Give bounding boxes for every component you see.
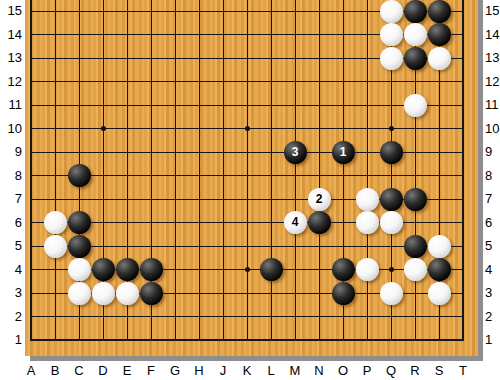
black-stone-Q7[interactable] bbox=[380, 188, 403, 211]
white-stone-Q13[interactable] bbox=[380, 47, 403, 70]
column-label-S: S bbox=[429, 363, 449, 379]
black-stone-O3[interactable] bbox=[332, 282, 355, 305]
row-label-right-8: 8 bbox=[485, 168, 500, 184]
white-stone-R14[interactable] bbox=[404, 23, 427, 46]
row-label-left-5: 5 bbox=[0, 238, 22, 254]
white-stone-Q6[interactable] bbox=[380, 211, 403, 234]
grid-line-vertical-B bbox=[55, 0, 56, 341]
column-label-H: H bbox=[189, 363, 209, 379]
row-label-right-1: 1 bbox=[485, 332, 500, 348]
black-stone-L4[interactable] bbox=[260, 258, 283, 281]
row-label-left-7: 7 bbox=[0, 191, 22, 207]
star-point-K4 bbox=[245, 267, 250, 272]
column-label-N: N bbox=[309, 363, 329, 379]
column-label-J: J bbox=[213, 363, 233, 379]
column-label-P: P bbox=[357, 363, 377, 379]
white-stone-C4[interactable] bbox=[68, 258, 91, 281]
column-label-C: C bbox=[69, 363, 89, 379]
column-label-A: A bbox=[21, 363, 41, 379]
grid-line-horizontal-12 bbox=[30, 81, 464, 82]
white-stone-P7[interactable] bbox=[356, 188, 379, 211]
column-label-R: R bbox=[405, 363, 425, 379]
black-stone-S4[interactable] bbox=[428, 258, 451, 281]
star-point-Q10 bbox=[389, 126, 394, 131]
board-shadow-bottom bbox=[30, 356, 483, 361]
column-label-D: D bbox=[93, 363, 113, 379]
column-label-O: O bbox=[333, 363, 353, 379]
column-label-T: T bbox=[453, 363, 473, 379]
row-label-left-10: 10 bbox=[0, 121, 22, 137]
white-stone-Q3[interactable] bbox=[380, 282, 403, 305]
grid-line-vertical-P bbox=[367, 0, 368, 341]
column-label-K: K bbox=[237, 363, 257, 379]
row-label-right-14: 14 bbox=[485, 27, 500, 43]
grid-line-vertical-H bbox=[199, 0, 200, 341]
row-label-left-11: 11 bbox=[0, 97, 22, 113]
row-label-right-13: 13 bbox=[485, 50, 500, 66]
white-stone-move-2-N7[interactable]: 2 bbox=[308, 188, 331, 211]
row-label-right-5: 5 bbox=[485, 238, 500, 254]
black-stone-R7[interactable] bbox=[404, 188, 427, 211]
white-stone-C3[interactable] bbox=[68, 282, 91, 305]
grid-line-vertical-L bbox=[271, 0, 272, 341]
black-stone-C5[interactable] bbox=[68, 235, 91, 258]
column-label-G: G bbox=[165, 363, 185, 379]
go-board[interactable]: 3124 bbox=[25, 0, 478, 356]
grid-line-horizontal-2 bbox=[30, 316, 464, 317]
white-stone-R11[interactable] bbox=[404, 94, 427, 117]
grid-line-horizontal-11 bbox=[30, 105, 464, 106]
white-stone-move-4-M6[interactable]: 4 bbox=[284, 211, 307, 234]
grid-line-horizontal-5 bbox=[30, 246, 464, 247]
grid-line-vertical-T bbox=[462, 0, 464, 341]
row-label-right-3: 3 bbox=[485, 285, 500, 301]
row-label-left-9: 9 bbox=[0, 144, 22, 160]
grid-line-vertical-G bbox=[175, 0, 176, 341]
column-label-Q: Q bbox=[381, 363, 401, 379]
white-stone-B6[interactable] bbox=[44, 211, 67, 234]
black-stone-move-1-O9[interactable]: 1 bbox=[332, 141, 355, 164]
row-label-right-6: 6 bbox=[485, 215, 500, 231]
row-label-left-13: 13 bbox=[0, 50, 22, 66]
grid-line-vertical-M bbox=[295, 0, 296, 341]
white-stone-R4[interactable] bbox=[404, 258, 427, 281]
row-label-right-4: 4 bbox=[485, 262, 500, 278]
white-stone-S13[interactable] bbox=[428, 47, 451, 70]
row-label-right-12: 12 bbox=[485, 74, 500, 90]
black-stone-F4[interactable] bbox=[140, 258, 163, 281]
black-stone-S14[interactable] bbox=[428, 23, 451, 46]
black-stone-R15[interactable] bbox=[404, 0, 427, 23]
white-stone-B5[interactable] bbox=[44, 235, 67, 258]
black-stone-C8[interactable] bbox=[68, 164, 91, 187]
white-stone-D3[interactable] bbox=[92, 282, 115, 305]
white-stone-S3[interactable] bbox=[428, 282, 451, 305]
grid-line-vertical-K bbox=[247, 0, 248, 341]
black-stone-move-3-M9[interactable]: 3 bbox=[284, 141, 307, 164]
grid-line-vertical-N bbox=[319, 0, 320, 341]
column-label-M: M bbox=[285, 363, 305, 379]
row-label-right-15: 15 bbox=[485, 3, 500, 19]
column-label-F: F bbox=[141, 363, 161, 379]
black-stone-C6[interactable] bbox=[68, 211, 91, 234]
grid-line-horizontal-1 bbox=[30, 339, 464, 341]
white-stone-Q15[interactable] bbox=[380, 0, 403, 23]
row-label-left-14: 14 bbox=[0, 27, 22, 43]
grid-line-horizontal-8 bbox=[30, 175, 464, 176]
column-label-E: E bbox=[117, 363, 137, 379]
row-label-left-1: 1 bbox=[0, 332, 22, 348]
black-stone-R13[interactable] bbox=[404, 47, 427, 70]
row-label-right-7: 7 bbox=[485, 191, 500, 207]
go-board-app: 3124 15151414131312121111101099887766554… bbox=[0, 0, 500, 380]
black-stone-E4[interactable] bbox=[116, 258, 139, 281]
row-label-left-6: 6 bbox=[0, 215, 22, 231]
white-stone-Q14[interactable] bbox=[380, 23, 403, 46]
column-label-B: B bbox=[45, 363, 65, 379]
grid-line-vertical-J bbox=[223, 0, 224, 341]
row-label-left-4: 4 bbox=[0, 262, 22, 278]
board-shadow-right bbox=[478, 0, 483, 361]
star-point-Q4 bbox=[389, 267, 394, 272]
black-stone-D4[interactable] bbox=[92, 258, 115, 281]
row-label-right-9: 9 bbox=[485, 144, 500, 160]
row-label-left-15: 15 bbox=[0, 3, 22, 19]
white-stone-S5[interactable] bbox=[428, 235, 451, 258]
black-stone-S15[interactable] bbox=[428, 0, 451, 23]
row-label-left-3: 3 bbox=[0, 285, 22, 301]
star-point-K10 bbox=[245, 126, 250, 131]
black-stone-R5[interactable] bbox=[404, 235, 427, 258]
row-label-left-2: 2 bbox=[0, 309, 22, 325]
black-stone-N6[interactable] bbox=[308, 211, 331, 234]
row-label-left-8: 8 bbox=[0, 168, 22, 184]
row-label-right-2: 2 bbox=[485, 309, 500, 325]
black-stone-O4[interactable] bbox=[332, 258, 355, 281]
black-stone-Q9[interactable] bbox=[380, 141, 403, 164]
column-label-L: L bbox=[261, 363, 281, 379]
black-stone-F3[interactable] bbox=[140, 282, 163, 305]
grid-line-vertical-A bbox=[30, 0, 32, 341]
row-label-right-11: 11 bbox=[485, 97, 500, 113]
row-label-right-10: 10 bbox=[485, 121, 500, 137]
white-stone-P6[interactable] bbox=[356, 211, 379, 234]
row-label-left-12: 12 bbox=[0, 74, 22, 90]
star-point-D10 bbox=[101, 126, 106, 131]
white-stone-P4[interactable] bbox=[356, 258, 379, 281]
white-stone-E3[interactable] bbox=[116, 282, 139, 305]
